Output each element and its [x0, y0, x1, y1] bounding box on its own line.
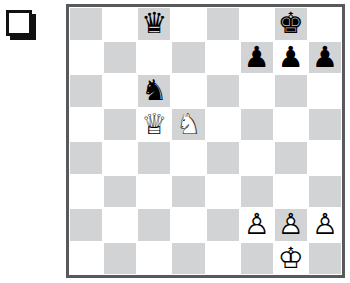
square-f2: ♟♙	[240, 208, 274, 242]
black-pawn-piece: ♟	[274, 41, 308, 75]
chess-board: ♛♚♟♟♟♞♛♕♞♘♟♙♟♙♟♙♚♔	[66, 4, 345, 278]
piece-glyph-layer: ♛	[137, 7, 171, 41]
black-pawn-piece: ♟	[240, 41, 274, 75]
square-g4	[274, 141, 308, 175]
square-d1	[171, 242, 205, 276]
black-queen-piece: ♛	[137, 7, 171, 41]
square-f7: ♟	[240, 41, 274, 75]
square-d3	[171, 175, 205, 209]
square-g6	[274, 74, 308, 108]
square-g7: ♟	[274, 41, 308, 75]
square-b5	[103, 108, 137, 142]
square-a8	[69, 7, 103, 41]
piece-outline-layer: ♔	[274, 242, 308, 276]
square-c2	[137, 208, 171, 242]
square-e4	[206, 141, 240, 175]
square-e2	[206, 208, 240, 242]
square-h2: ♟♙	[308, 208, 342, 242]
piece-glyph-layer: ♚	[274, 7, 308, 41]
square-e6	[206, 74, 240, 108]
square-c3	[137, 175, 171, 209]
square-f6	[240, 74, 274, 108]
square-d4	[171, 141, 205, 175]
square-f5	[240, 108, 274, 142]
square-b7	[103, 41, 137, 75]
square-e7	[206, 41, 240, 75]
square-b8	[103, 7, 137, 41]
chess-diagram-page: ♛♚♟♟♟♞♛♕♞♘♟♙♟♙♟♙♚♔	[0, 0, 350, 283]
square-g1: ♚♔	[274, 242, 308, 276]
piece-outline-layer: ♙	[240, 208, 274, 242]
square-b1	[103, 242, 137, 276]
black-knight-piece: ♞	[137, 74, 171, 108]
white-queen-piece: ♛♕	[137, 108, 171, 142]
square-b2	[103, 208, 137, 242]
white-pawn-piece: ♟♙	[274, 208, 308, 242]
square-c8: ♛	[137, 7, 171, 41]
square-d7	[171, 41, 205, 75]
square-d5: ♞♘	[171, 108, 205, 142]
square-a6	[69, 74, 103, 108]
square-f4	[240, 141, 274, 175]
square-d8	[171, 7, 205, 41]
piece-outline-layer: ♘	[171, 108, 205, 142]
black-king-piece: ♚	[274, 7, 308, 41]
square-h7: ♟	[308, 41, 342, 75]
square-g2: ♟♙	[274, 208, 308, 242]
square-a3	[69, 175, 103, 209]
piece-glyph-layer: ♟	[240, 41, 274, 75]
square-b3	[103, 175, 137, 209]
square-d2	[171, 208, 205, 242]
piece-outline-layer: ♕	[137, 108, 171, 142]
square-b4	[103, 141, 137, 175]
white-pawn-piece: ♟♙	[240, 208, 274, 242]
square-b6	[103, 74, 137, 108]
white-knight-piece: ♞♘	[171, 108, 205, 142]
square-f3	[240, 175, 274, 209]
white-to-move-icon	[6, 10, 32, 36]
square-a7	[69, 41, 103, 75]
square-a4	[69, 141, 103, 175]
square-g5	[274, 108, 308, 142]
square-d6	[171, 74, 205, 108]
square-h1	[308, 242, 342, 276]
square-e3	[206, 175, 240, 209]
square-a5	[69, 108, 103, 142]
piece-outline-layer: ♙	[308, 208, 342, 242]
square-g8: ♚	[274, 7, 308, 41]
square-a2	[69, 208, 103, 242]
black-pawn-piece: ♟	[308, 41, 342, 75]
square-h3	[308, 175, 342, 209]
white-king-piece: ♚♔	[274, 242, 308, 276]
square-e1	[206, 242, 240, 276]
piece-glyph-layer: ♟	[308, 41, 342, 75]
piece-glyph-layer: ♟	[274, 41, 308, 75]
square-e8	[206, 7, 240, 41]
square-g3	[274, 175, 308, 209]
square-h8	[308, 7, 342, 41]
piece-outline-layer: ♙	[274, 208, 308, 242]
white-pawn-piece: ♟♙	[308, 208, 342, 242]
square-f1	[240, 242, 274, 276]
square-c1	[137, 242, 171, 276]
square-e5	[206, 108, 240, 142]
square-h4	[308, 141, 342, 175]
square-a1	[69, 242, 103, 276]
square-h5	[308, 108, 342, 142]
square-h6	[308, 74, 342, 108]
square-f8	[240, 7, 274, 41]
square-c4	[137, 141, 171, 175]
square-c6: ♞	[137, 74, 171, 108]
piece-glyph-layer: ♞	[137, 74, 171, 108]
square-c7	[137, 41, 171, 75]
square-c5: ♛♕	[137, 108, 171, 142]
